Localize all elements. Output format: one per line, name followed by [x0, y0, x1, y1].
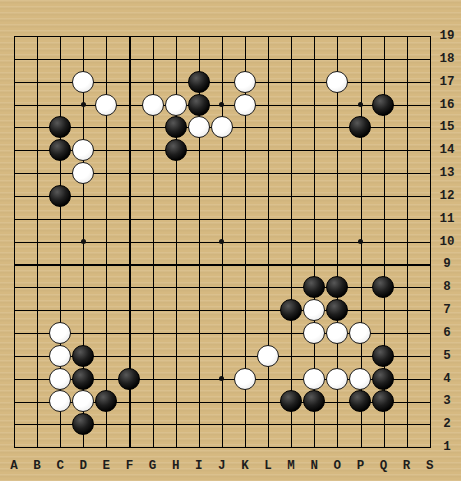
row-label-10: 10 [435, 230, 459, 253]
black-stone-D4 [72, 368, 94, 390]
row-label-19: 19 [435, 25, 459, 48]
row-label-13: 13 [435, 162, 459, 185]
column-label-S: S [418, 458, 441, 474]
white-stone-K16 [234, 94, 256, 116]
black-stone-Q5 [372, 345, 394, 367]
column-label-A: A [2, 458, 25, 474]
go-board: ABCDEFGHIJKLMNOPQRS 19181716151413121110… [0, 0, 461, 481]
row-label-6: 6 [435, 322, 459, 345]
black-stone-C12 [49, 185, 71, 207]
black-stone-Q3 [372, 390, 394, 412]
white-stone-O6 [326, 322, 348, 344]
column-label-R: R [395, 458, 418, 474]
row-label-9: 9 [435, 253, 459, 276]
column-label-D: D [72, 458, 95, 474]
row-label-11: 11 [435, 207, 459, 230]
black-stone-D5 [72, 345, 94, 367]
black-stone-C14 [49, 139, 71, 161]
column-label-L: L [256, 458, 279, 474]
row-label-2: 2 [435, 413, 459, 436]
white-stone-C6 [49, 322, 71, 344]
white-stone-D14 [72, 139, 94, 161]
white-stone-P4 [349, 368, 371, 390]
column-label-Q: Q [372, 458, 395, 474]
black-stone-F4 [118, 368, 140, 390]
white-stone-H16 [165, 94, 187, 116]
white-stone-K4 [234, 368, 256, 390]
black-stone-H15 [165, 116, 187, 138]
white-stone-D3 [72, 390, 94, 412]
row-label-12: 12 [435, 184, 459, 207]
white-stone-K17 [234, 71, 256, 93]
black-stone-Q16 [372, 94, 394, 116]
column-label-O: O [326, 458, 349, 474]
column-label-B: B [26, 458, 49, 474]
white-stone-N6 [303, 322, 325, 344]
row-label-15: 15 [435, 116, 459, 139]
row-label-14: 14 [435, 139, 459, 162]
row-label-3: 3 [435, 390, 459, 413]
star-point-D16 [81, 102, 86, 107]
white-stone-I15 [188, 116, 210, 138]
row-label-4: 4 [435, 367, 459, 390]
column-label-P: P [349, 458, 372, 474]
black-stone-D2 [72, 413, 94, 435]
black-stone-M7 [280, 299, 302, 321]
black-stone-Q4 [372, 368, 394, 390]
white-stone-E16 [95, 94, 117, 116]
row-label-7: 7 [435, 299, 459, 322]
star-point-J10 [219, 239, 224, 244]
white-stone-D17 [72, 71, 94, 93]
column-label-C: C [49, 458, 72, 474]
column-label-F: F [118, 458, 141, 474]
white-stone-G16 [142, 94, 164, 116]
row-label-16: 16 [435, 93, 459, 116]
black-stone-O7 [326, 299, 348, 321]
row-label-1: 1 [435, 436, 459, 459]
column-label-H: H [164, 458, 187, 474]
black-stone-N3 [303, 390, 325, 412]
white-stone-O4 [326, 368, 348, 390]
star-point-J4 [219, 376, 224, 381]
row-label-5: 5 [435, 344, 459, 367]
white-stone-O17 [326, 71, 348, 93]
column-label-E: E [95, 458, 118, 474]
black-stone-H14 [165, 139, 187, 161]
row-label-8: 8 [435, 276, 459, 299]
black-stone-O8 [326, 276, 348, 298]
row-labels: 19181716151413121110987654321 [435, 25, 459, 459]
column-labels: ABCDEFGHIJKLMNOPQRS [2, 458, 441, 474]
star-point-P16 [358, 102, 363, 107]
star-point-J16 [219, 102, 224, 107]
column-label-J: J [210, 458, 233, 474]
column-label-I: I [187, 458, 210, 474]
white-stone-N7 [303, 299, 325, 321]
white-stone-J15 [211, 116, 233, 138]
board-grid[interactable] [2, 25, 441, 459]
white-stone-D13 [72, 162, 94, 184]
black-stone-C15 [49, 116, 71, 138]
column-label-N: N [303, 458, 326, 474]
white-stone-C3 [49, 390, 71, 412]
black-stone-P3 [349, 390, 371, 412]
black-stone-E3 [95, 390, 117, 412]
white-stone-N4 [303, 368, 325, 390]
column-label-M: M [280, 458, 303, 474]
black-stone-P15 [349, 116, 371, 138]
black-stone-Q8 [372, 276, 394, 298]
black-stone-N8 [303, 276, 325, 298]
star-point-D10 [81, 239, 86, 244]
row-label-17: 17 [435, 70, 459, 93]
white-stone-C4 [49, 368, 71, 390]
black-stone-I16 [188, 94, 210, 116]
black-stone-I17 [188, 71, 210, 93]
white-stone-P6 [349, 322, 371, 344]
white-stone-C5 [49, 345, 71, 367]
column-label-G: G [141, 458, 164, 474]
row-label-18: 18 [435, 47, 459, 70]
black-stone-M3 [280, 390, 302, 412]
star-point-P10 [358, 239, 363, 244]
column-label-K: K [233, 458, 256, 474]
white-stone-L5 [257, 345, 279, 367]
